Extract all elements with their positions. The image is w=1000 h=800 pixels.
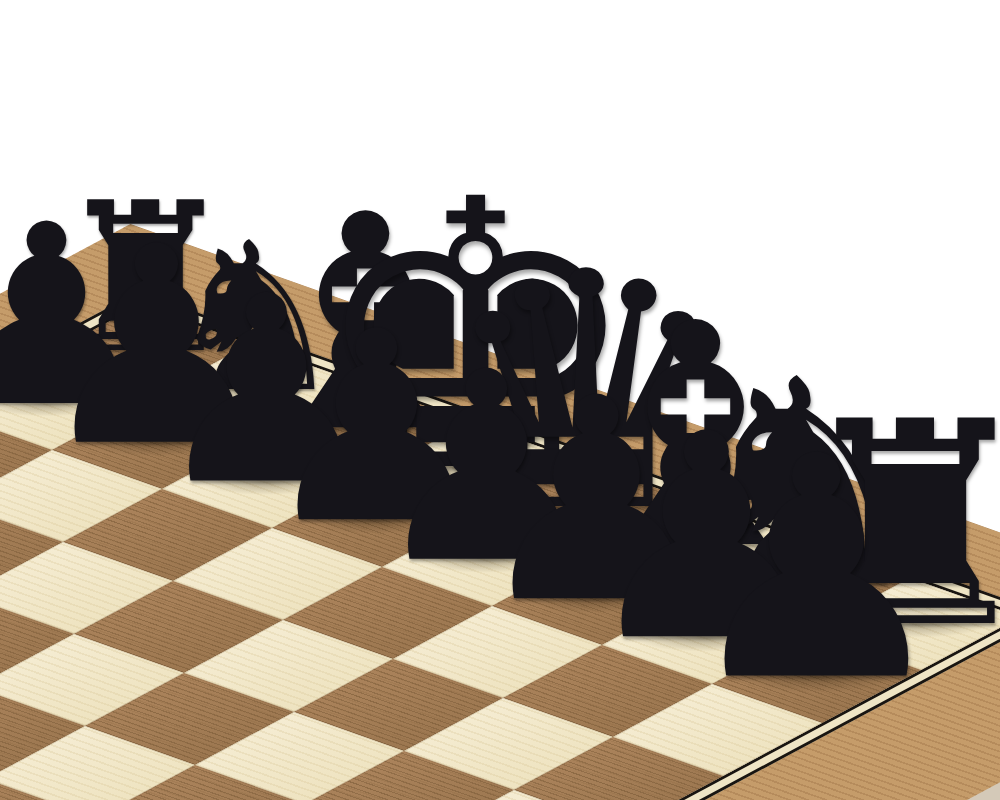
black-pawn-glyph: ♟ <box>679 416 954 723</box>
product-photo-stage: ♜♞♝♚♛♝♞♜♟♟♟♟♟♟♟♟ <box>0 0 1000 800</box>
